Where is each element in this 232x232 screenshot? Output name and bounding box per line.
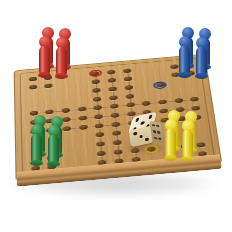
die-pip (135, 118, 139, 122)
green-peg-base (30, 160, 43, 166)
die-pip (145, 137, 148, 141)
yellow-peg-base (164, 155, 177, 161)
pegs-layer (0, 0, 232, 232)
blue-peg[interactable] (195, 37, 208, 79)
yellow-peg-base (181, 156, 194, 162)
green-peg-body (48, 135, 59, 163)
yellow-peg[interactable] (181, 120, 194, 162)
red-peg-body (56, 47, 67, 75)
board-photo-canvas (0, 0, 232, 232)
die-pip (134, 132, 137, 136)
blue-peg-body (196, 47, 207, 75)
die-pip (152, 124, 155, 127)
die-pip (148, 115, 152, 119)
die-pip (139, 135, 142, 139)
yellow-peg-body (182, 130, 193, 158)
green-peg-body (31, 134, 42, 162)
red-peg[interactable] (55, 37, 68, 79)
red-peg-base (55, 73, 68, 79)
die-pip (154, 137, 157, 140)
wooden-die[interactable] (125, 109, 169, 154)
die-pip (157, 131, 160, 134)
red-peg[interactable] (38, 36, 51, 78)
die-pip (153, 130, 156, 133)
green-peg-base (47, 161, 60, 167)
red-peg-base (38, 72, 51, 78)
blue-peg-base (178, 72, 191, 78)
green-peg[interactable] (30, 124, 43, 166)
green-peg[interactable] (47, 125, 60, 167)
die-pip (158, 137, 161, 140)
blue-peg-body (179, 46, 190, 74)
red-peg-body (39, 46, 50, 74)
blue-peg[interactable] (178, 36, 191, 78)
die-pip (156, 125, 159, 128)
die-pip (140, 121, 144, 125)
blue-peg-base (195, 73, 208, 79)
